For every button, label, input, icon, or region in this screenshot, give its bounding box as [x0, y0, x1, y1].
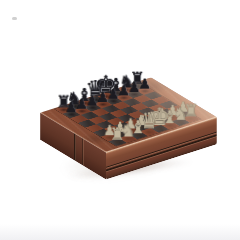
- photo-backdrop: ♜♞♝♛♚♝♞♜♟♟♟♟♟♟♟♟♟♟♟♟♟♟♟♟♜♞♝♛♚♝♞♜: [0, 0, 240, 240]
- piece-black-pawn: ♟: [57, 101, 85, 114]
- watermark-speck: [12, 17, 17, 20]
- inlay-groove: [82, 138, 83, 165]
- floor-band: [0, 224, 240, 240]
- piece-white-rook: ♜: [103, 126, 131, 142]
- lid-seam-groove: [74, 133, 75, 160]
- chess-case: ♜♞♝♛♚♝♞♜♟♟♟♟♟♟♟♟♟♟♟♟♟♟♟♟♜♞♝♛♚♝♞♜: [40, 77, 217, 152]
